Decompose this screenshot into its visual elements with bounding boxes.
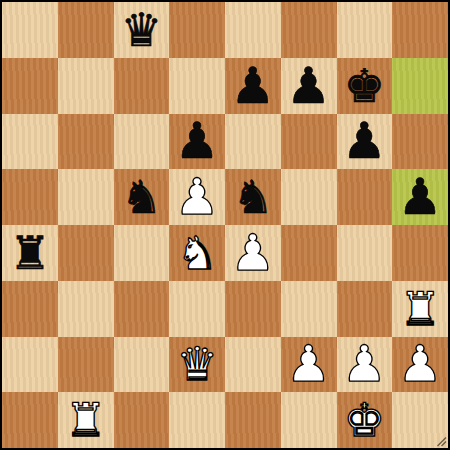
square-c4[interactable] [114,225,170,281]
square-b7[interactable] [58,58,114,114]
square-a3[interactable] [2,281,58,337]
square-d4[interactable]: ♞ [169,225,225,281]
piece-white-pawn-e4[interactable]: ♟ [230,228,275,278]
piece-black-king-g7[interactable]: ♚ [344,63,385,109]
square-d1[interactable] [169,392,225,448]
square-g8[interactable] [337,2,393,58]
square-a7[interactable] [2,58,58,114]
piece-black-knight-e5[interactable]: ♞ [232,174,273,220]
piece-black-pawn-g6[interactable]: ♟ [342,116,387,166]
square-b2[interactable] [58,337,114,393]
square-c5[interactable]: ♞ [114,169,170,225]
square-e4[interactable]: ♟ [225,225,281,281]
piece-black-pawn-e7[interactable]: ♟ [230,61,275,111]
piece-black-pawn-d6[interactable]: ♟ [175,116,220,166]
piece-white-pawn-d5[interactable]: ♟ [175,172,220,222]
square-d6[interactable]: ♟ [169,114,225,170]
piece-black-pawn-h5[interactable]: ♟ [398,172,443,222]
square-g6[interactable]: ♟ [337,114,393,170]
square-e8[interactable] [225,2,281,58]
square-g7[interactable]: ♚ [337,58,393,114]
square-h5[interactable]: ♟ [392,169,448,225]
square-h2[interactable]: ♟ [392,337,448,393]
square-d8[interactable] [169,2,225,58]
square-h6[interactable] [392,114,448,170]
square-d3[interactable] [169,281,225,337]
square-f3[interactable] [281,281,337,337]
square-h7[interactable] [392,58,448,114]
square-b8[interactable] [58,2,114,58]
square-g5[interactable] [337,169,393,225]
piece-black-pawn-f7[interactable]: ♟ [286,61,331,111]
piece-white-pawn-g2[interactable]: ♟ [342,339,387,389]
square-b1[interactable]: ♜ [58,392,114,448]
square-g1[interactable]: ♚ [337,392,393,448]
square-a5[interactable] [2,169,58,225]
square-d5[interactable]: ♟ [169,169,225,225]
square-f6[interactable] [281,114,337,170]
square-c3[interactable] [114,281,170,337]
piece-white-pawn-h2[interactable]: ♟ [398,339,443,389]
square-a1[interactable] [2,392,58,448]
square-b4[interactable] [58,225,114,281]
square-b6[interactable] [58,114,114,170]
piece-white-pawn-f2[interactable]: ♟ [286,339,331,389]
square-h3[interactable]: ♜ [392,281,448,337]
square-f2[interactable]: ♟ [281,337,337,393]
square-b3[interactable] [58,281,114,337]
square-a2[interactable] [2,337,58,393]
square-c8[interactable]: ♛ [114,2,170,58]
piece-black-rook-a4[interactable]: ♜ [9,230,50,276]
square-g2[interactable]: ♟ [337,337,393,393]
square-d2[interactable]: ♛ [169,337,225,393]
square-a4[interactable]: ♜ [2,225,58,281]
square-g4[interactable] [337,225,393,281]
piece-white-knight-d4[interactable]: ♞ [177,230,218,276]
square-e1[interactable] [225,392,281,448]
piece-black-knight-c5[interactable]: ♞ [121,174,162,220]
piece-black-queen-c8[interactable]: ♛ [121,7,162,53]
square-g3[interactable] [337,281,393,337]
square-a8[interactable] [2,2,58,58]
square-c1[interactable] [114,392,170,448]
square-c7[interactable] [114,58,170,114]
square-f8[interactable] [281,2,337,58]
square-a6[interactable] [2,114,58,170]
chess-board-frame: ♛♟♟♚♟♟♞♟♞♟♜♞♟♜♛♟♟♟♜♚ [0,0,450,450]
square-h4[interactable] [392,225,448,281]
square-d7[interactable] [169,58,225,114]
resize-handle[interactable] [435,435,447,447]
piece-white-rook-b1[interactable]: ♜ [65,397,106,443]
square-f1[interactable] [281,392,337,448]
square-c6[interactable] [114,114,170,170]
square-e2[interactable] [225,337,281,393]
square-e6[interactable] [225,114,281,170]
piece-white-rook-h3[interactable]: ♜ [400,286,441,332]
square-f7[interactable]: ♟ [281,58,337,114]
square-e7[interactable]: ♟ [225,58,281,114]
square-b5[interactable] [58,169,114,225]
piece-white-king-g1[interactable]: ♚ [344,397,385,443]
square-f4[interactable] [281,225,337,281]
square-e3[interactable] [225,281,281,337]
square-e5[interactable]: ♞ [225,169,281,225]
square-h8[interactable] [392,2,448,58]
square-c2[interactable] [114,337,170,393]
chess-board: ♛♟♟♚♟♟♞♟♞♟♜♞♟♜♛♟♟♟♜♚ [2,2,448,448]
square-f5[interactable] [281,169,337,225]
piece-white-queen-d2[interactable]: ♛ [177,341,218,387]
